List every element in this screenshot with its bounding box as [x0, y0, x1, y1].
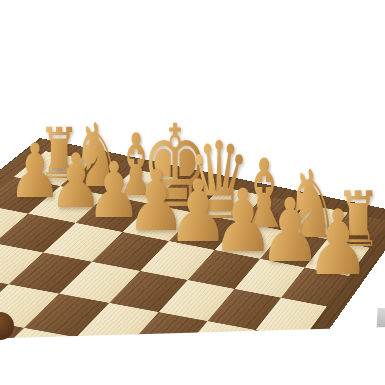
- pieces-layer: ♜♞♝♚♛♝♞♜♟♟♟♟♟♟♟♟: [0, 0, 385, 385]
- white-pawn-a2: ♟: [306, 198, 371, 288]
- chess-set-photo: ♜♞♝♚♛♝♞♜♟♟♟♟♟♟♟♟: [0, 0, 385, 385]
